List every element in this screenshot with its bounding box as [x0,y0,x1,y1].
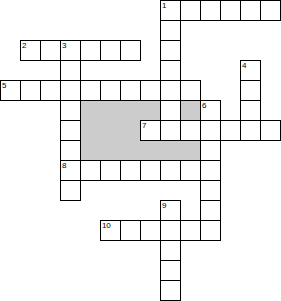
cell-r7c10[interactable] [200,140,221,161]
shaded-block-r5c7 [140,100,161,121]
cell-r6c10[interactable] [200,120,221,141]
cell-r2c3[interactable]: 3 [60,40,81,61]
cell-r4c5[interactable] [100,80,121,101]
shaded-block-r7c9 [180,140,201,161]
shaded-block-r7c8 [160,140,181,161]
cell-r8c4[interactable] [80,160,101,181]
clue-number-8: 8 [62,161,66,170]
cell-r8c3[interactable]: 8 [60,160,81,181]
cell-r4c4[interactable] [80,80,101,101]
shaded-block-r7c4 [80,140,101,161]
cell-r8c7[interactable] [140,160,161,181]
clue-number-7: 7 [142,121,146,130]
clue-number-3: 3 [62,41,66,50]
cell-r2c4[interactable] [80,40,101,61]
cell-r4c12[interactable] [240,80,261,101]
cell-r11c8[interactable] [160,220,181,241]
shaded-block-r6c6 [120,120,141,141]
cell-r0c13[interactable] [260,0,281,21]
cell-r6c13[interactable] [260,120,281,141]
cell-r0c11[interactable] [220,0,241,21]
cell-r10c10[interactable] [200,200,221,221]
cell-r4c8[interactable] [160,80,181,101]
cell-r8c5[interactable] [100,160,121,181]
cell-r0c8[interactable]: 1 [160,0,181,21]
cell-r1c8[interactable] [160,20,181,41]
shaded-block-r6c4 [80,120,101,141]
shaded-block-r5c6 [120,100,141,121]
cell-r8c10[interactable] [200,160,221,181]
cell-r9c3[interactable] [60,180,81,201]
cell-r4c2[interactable] [40,80,61,101]
cell-r11c5[interactable]: 10 [100,220,121,241]
cell-r8c9[interactable] [180,160,201,181]
cell-r0c12[interactable] [240,0,261,21]
cell-r4c1[interactable] [20,80,41,101]
cell-r13c8[interactable] [160,260,181,281]
cell-r11c6[interactable] [120,220,141,241]
cell-r4c7[interactable] [140,80,161,101]
clue-number-6: 6 [202,101,206,110]
cell-r8c6[interactable] [120,160,141,181]
cell-r2c6[interactable] [120,40,141,61]
cell-r0c9[interactable] [180,0,201,21]
clue-number-9: 9 [162,201,166,210]
shaded-block-r7c6 [120,140,141,161]
crossword-grid: 12345678910 [0,0,281,301]
cell-r11c9[interactable] [180,220,201,241]
cell-r5c12[interactable] [240,100,261,121]
shaded-block-r7c7 [140,140,161,161]
cell-r5c8[interactable] [160,100,181,121]
cell-r11c7[interactable] [140,220,161,241]
cell-r4c3[interactable] [60,80,81,101]
cell-r0c10[interactable] [200,0,221,21]
cell-r6c3[interactable] [60,120,81,141]
cell-r6c9[interactable] [180,120,201,141]
cell-r5c3[interactable] [60,100,81,121]
clue-number-5: 5 [2,81,6,90]
cell-r2c1[interactable]: 2 [20,40,41,61]
cell-r5c10[interactable]: 6 [200,100,221,121]
shaded-block-r5c9 [180,100,201,121]
shaded-block-r7c5 [100,140,121,161]
cell-r3c3[interactable] [60,60,81,81]
cell-r4c6[interactable] [120,80,141,101]
shaded-block-r6c5 [100,120,121,141]
cell-r12c8[interactable] [160,240,181,261]
cell-r11c10[interactable] [200,220,221,241]
cell-r3c8[interactable] [160,60,181,81]
cell-r7c3[interactable] [60,140,81,161]
cell-r2c2[interactable] [40,40,61,61]
shaded-block-r5c5 [100,100,121,121]
cell-r6c12[interactable] [240,120,261,141]
clue-number-1: 1 [162,1,166,10]
shaded-block-r5c4 [80,100,101,121]
cell-r14c8[interactable] [160,280,181,301]
cell-r3c12[interactable]: 4 [240,60,261,81]
cell-r8c8[interactable] [160,160,181,181]
cell-r2c8[interactable] [160,40,181,61]
cell-r2c5[interactable] [100,40,121,61]
cell-r6c8[interactable] [160,120,181,141]
clue-number-10: 10 [102,221,110,230]
clue-number-4: 4 [242,61,246,70]
cell-r6c11[interactable] [220,120,241,141]
cell-r4c0[interactable]: 5 [0,80,21,101]
cell-r4c9[interactable] [180,80,201,101]
clue-number-2: 2 [22,41,26,50]
cell-r6c7[interactable]: 7 [140,120,161,141]
crossword-page: 12345678910 [0,0,281,301]
cell-r9c10[interactable] [200,180,221,201]
cell-r10c8[interactable]: 9 [160,200,181,221]
